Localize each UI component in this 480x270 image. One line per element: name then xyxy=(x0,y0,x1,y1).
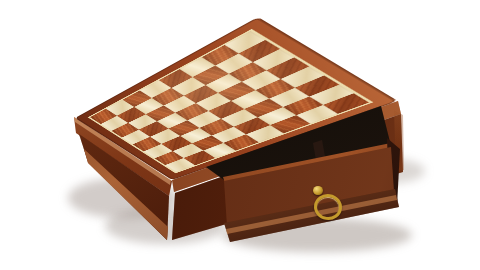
chess-box-scene xyxy=(0,0,480,270)
brass-knob-icon xyxy=(313,186,323,195)
